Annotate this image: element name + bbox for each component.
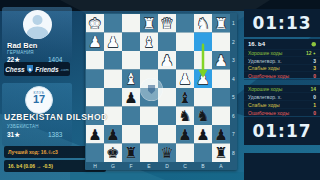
empty-panel	[244, 153, 320, 180]
piece-white-pawn: ♟	[194, 70, 212, 89]
piece-white-rook: ♜	[212, 14, 230, 33]
square-f6[interactable]	[122, 107, 140, 126]
square-g7[interactable]: ♟	[104, 125, 122, 144]
square-d8[interactable]: ♛	[158, 144, 176, 163]
square-g5[interactable]	[104, 88, 122, 107]
piece-white-pawn: ♟	[158, 51, 176, 70]
square-c4[interactable]: ♟	[176, 70, 194, 89]
square-b2[interactable]	[194, 33, 212, 52]
rank-label-4: 4	[230, 70, 237, 89]
black-player-name: UZBEKISTAN DILSHOD	[4, 112, 108, 122]
square-f3[interactable]	[122, 51, 140, 70]
rank-label-2: 2	[230, 33, 237, 52]
square-c1[interactable]	[176, 14, 194, 33]
file-label-b: B	[194, 162, 212, 170]
square-e7[interactable]	[140, 125, 158, 144]
stat-row-satisfactory: Удовлетвор. х. 3	[244, 57, 320, 65]
square-h2[interactable]: ♟	[86, 33, 104, 52]
rank-labels: 12345678	[230, 14, 237, 162]
square-a4[interactable]	[212, 70, 230, 89]
white-move-stats-panel: 16. b4 Хорошие ходы 12 ⋆ Удовлетвор. х. …	[244, 39, 320, 78]
file-label-a: A	[212, 162, 230, 170]
square-a6[interactable]	[212, 107, 230, 126]
logo-text: Chess	[5, 65, 25, 73]
rank-label-7: 7	[230, 125, 237, 144]
move-quality-dot	[312, 42, 317, 47]
black-move-stats-panel: Хорошие ходы 14 Удовлетвор. х. 0 Слабые …	[244, 85, 320, 116]
square-a8[interactable]: ♜	[212, 144, 230, 163]
file-label-f: F	[122, 162, 140, 170]
black-player-avatar[interactable]: КЛУБ 17	[25, 86, 53, 114]
current-move-header: 16. b4	[244, 39, 320, 50]
piece-black-king: ♚	[104, 144, 122, 163]
square-c7[interactable]: ♟	[176, 125, 194, 144]
piece-white-rook: ♜	[140, 14, 158, 33]
square-b7[interactable]: ♟	[194, 125, 212, 144]
stat-row-satisfactory: Удовлетвор. х. 0	[244, 93, 320, 101]
square-e2[interactable]: ♝	[140, 33, 158, 52]
stat-row-good: Хорошие ходы 12 ⋆	[244, 50, 320, 58]
piece-black-queen: ♛	[158, 144, 176, 163]
square-f2[interactable]	[122, 33, 140, 52]
piece-black-pawn: ♟	[86, 125, 104, 144]
shield-icon: ♞	[27, 65, 34, 73]
square-a3[interactable]: ♟	[212, 51, 230, 70]
square-a2[interactable]	[212, 33, 230, 52]
square-a7[interactable]: ♟	[212, 125, 230, 144]
piece-white-queen: ♛	[158, 14, 176, 33]
square-e1[interactable]: ♜	[140, 14, 158, 33]
bottom-background-bar	[70, 172, 250, 180]
black-player-country: УЗБЕКИСТАН	[7, 124, 39, 129]
white-player-clock: 01:13	[244, 9, 320, 37]
current-move-label: 16. b4	[248, 41, 265, 48]
stat-row-mistakes: Ошибочные ходы 0	[244, 109, 320, 117]
piece-white-king: ♚	[86, 14, 104, 33]
square-b8[interactable]	[194, 144, 212, 163]
square-b3[interactable]	[194, 51, 212, 70]
played-move-text: 16. b4 (0.06 → -0.5)	[8, 163, 53, 169]
file-label-e: E	[140, 162, 158, 170]
square-g4[interactable]	[104, 70, 122, 89]
piece-white-pawn: ♟	[212, 51, 230, 70]
square-c2[interactable]	[176, 33, 194, 52]
square-h8[interactable]	[86, 144, 104, 163]
square-g1[interactable]	[104, 14, 122, 33]
square-e3[interactable]	[140, 51, 158, 70]
stat-row-good: Хорошие ходы 14	[244, 85, 320, 93]
piece-black-pawn: ♟	[212, 125, 230, 144]
square-c3[interactable]	[176, 51, 194, 70]
file-label-h: H	[86, 162, 104, 170]
piece-white-bishop: ♝	[122, 70, 140, 89]
best-move-text: Лучший ход: 16.♘c3	[8, 149, 58, 155]
square-h7[interactable]: ♟	[86, 125, 104, 144]
app-window: Rad Ben ГЕРМАНИЯ 22★ 1404 Chess ♞ Friend…	[0, 0, 320, 180]
black-player-rating: 1383	[48, 131, 62, 139]
piece-black-knight: ♞	[176, 107, 194, 126]
file-labels: HGFEDCBA	[86, 162, 230, 170]
file-label-d: D	[158, 162, 176, 170]
board-squares: ♚♜♛♞♜♟♟♝♟♟♝♟♟♟♝♞♞♟♟♟♟♟♚♜♛♜	[86, 14, 230, 162]
square-f4[interactable]: ♝	[122, 70, 140, 89]
square-d1[interactable]: ♛	[158, 14, 176, 33]
square-d3[interactable]: ♟	[158, 51, 176, 70]
rank-label-6: 6	[230, 107, 237, 126]
piece-black-rook: ♜	[122, 144, 140, 163]
square-f8[interactable]: ♜	[122, 144, 140, 163]
black-player-clock: 01:17	[244, 117, 320, 145]
square-g3[interactable]	[104, 51, 122, 70]
square-h4[interactable]	[86, 70, 104, 89]
square-d6[interactable]	[158, 107, 176, 126]
rank-label-8: 8	[230, 144, 237, 163]
piece-white-pawn: ♟	[104, 33, 122, 52]
shield-icon	[148, 85, 156, 94]
logo-text: Friends	[35, 65, 58, 73]
piece-black-pawn: ♟	[122, 88, 140, 107]
piece-black-bishop: ♝	[176, 88, 194, 107]
file-label-c: C	[176, 162, 194, 170]
rank-label-3: 3	[230, 51, 237, 70]
square-h5[interactable]	[86, 88, 104, 107]
square-c6[interactable]: ♞	[176, 107, 194, 126]
square-g8[interactable]: ♚	[104, 144, 122, 163]
chess-board: ♚♜♛♞♜♟♟♝♟♟♝♟♟♟♝♞♞♟♟♟♟♟♚♜♛♜ HGFEDCBA 1234…	[85, 13, 237, 170]
piece-black-rook: ♜	[212, 144, 230, 163]
stat-row-weak: Слабые ходы 1	[244, 101, 320, 109]
square-e6[interactable]	[140, 107, 158, 126]
square-c8[interactable]	[176, 144, 194, 163]
black-player-level: 31★	[7, 131, 20, 139]
piece-black-knight: ♞	[194, 107, 212, 126]
piece-white-bishop: ♝	[140, 33, 158, 52]
square-f1[interactable]	[122, 14, 140, 33]
square-f7[interactable]	[122, 125, 140, 144]
square-b4[interactable]: ♟	[194, 70, 212, 89]
square-b1[interactable]: ♞	[194, 14, 212, 33]
square-b6[interactable]: ♞	[194, 107, 212, 126]
square-h1[interactable]: ♚	[86, 14, 104, 33]
file-label-g: G	[104, 162, 122, 170]
square-h3[interactable]	[86, 51, 104, 70]
badge-number: 17	[26, 95, 52, 105]
square-a1[interactable]: ♜	[212, 14, 230, 33]
piece-white-pawn: ♟	[86, 33, 104, 52]
square-d2[interactable]	[158, 33, 176, 52]
piece-white-pawn: ♟	[176, 70, 194, 89]
white-player-avatar[interactable]	[23, 10, 52, 39]
piece-black-pawn: ♟	[176, 125, 194, 144]
square-g2[interactable]: ♟	[104, 33, 122, 52]
board-watermark-logo	[140, 78, 163, 101]
logo-suffix: .com	[60, 67, 69, 72]
piece-black-pawn: ♟	[104, 125, 122, 144]
square-a5[interactable]	[212, 88, 230, 107]
stat-row-mistakes: Ошибочные ходы 0	[244, 72, 320, 80]
white-player-name: Rad Ben	[7, 41, 37, 50]
chessfriends-logo[interactable]: Chess ♞ Friends .com	[4, 62, 70, 76]
square-f5[interactable]: ♟	[122, 88, 140, 107]
square-b5[interactable]	[194, 88, 212, 107]
stat-row-weak: Слабые ходы 3	[244, 65, 320, 73]
rank-label-1: 1	[230, 14, 237, 33]
square-e8[interactable]	[140, 144, 158, 163]
piece-white-knight: ♞	[194, 14, 212, 33]
avatar-silhouette-icon	[33, 15, 43, 25]
white-player-country: ГЕРМАНИЯ	[7, 50, 34, 55]
square-d7[interactable]	[158, 125, 176, 144]
square-c5[interactable]: ♝	[176, 88, 194, 107]
piece-black-pawn: ♟	[194, 125, 212, 144]
rank-label-5: 5	[230, 88, 237, 107]
